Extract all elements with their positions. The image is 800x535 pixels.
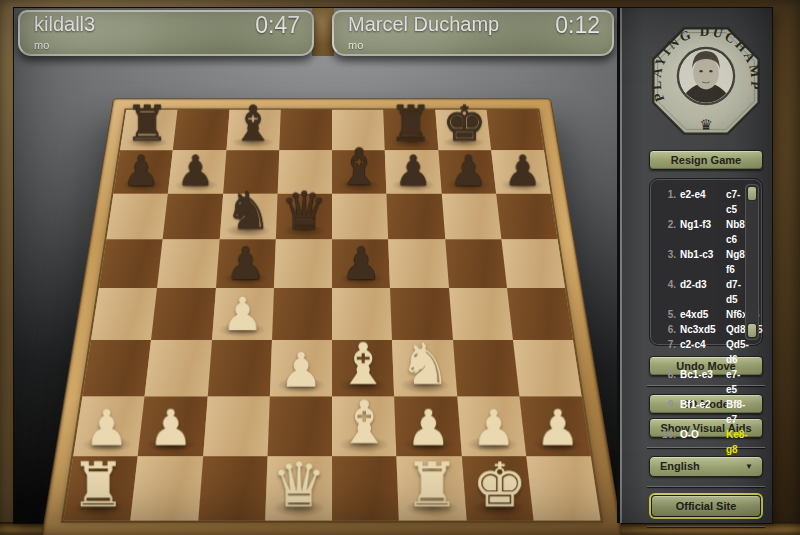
- square-e1[interactable]: [332, 456, 399, 521]
- move-text: Bf8-e7: [726, 397, 745, 427]
- language-dropdown[interactable]: English ▼: [649, 456, 763, 477]
- square-e6[interactable]: [332, 193, 388, 239]
- move-text: d2-d3: [680, 277, 726, 307]
- white-rook-icon: ♜: [399, 455, 466, 517]
- scroll-up-thumb[interactable]: [747, 186, 757, 201]
- square-c1[interactable]: [198, 456, 268, 521]
- black-pawn-icon: ♟: [495, 150, 549, 192]
- black-rook-icon: ♜: [385, 100, 438, 149]
- move-row: 3.Nb1-c3Ng8-f6: [656, 247, 744, 277]
- black-knight-icon: ♞: [220, 185, 276, 237]
- square-b3[interactable]: [145, 340, 212, 396]
- black-player-subtitle: mo: [348, 39, 363, 51]
- black-pawn-icon: ♟: [216, 241, 274, 286]
- square-d2[interactable]: [267, 396, 332, 456]
- playing-duchamp-logo: PLAYING DUCHAMP ♛: [647, 20, 765, 144]
- square-f6[interactable]: [387, 193, 445, 239]
- scroll-down-thumb[interactable]: [747, 323, 757, 338]
- white-pawn-icon: ♟: [139, 403, 203, 453]
- move-row: 2.Ng1-f3Nb8-c6: [656, 217, 744, 247]
- square-c5[interactable]: ♟: [216, 239, 276, 288]
- square-b1[interactable]: [131, 456, 203, 521]
- move-row: 6.Nc3xd5Qd8xd5: [656, 322, 744, 337]
- square-b6[interactable]: [163, 193, 223, 239]
- move-text: Nb1-c3: [680, 247, 726, 277]
- move-list-rows: 1.e2-e4c7-c52.Ng1-f3Nb8-c63.Nb1-c3Ng8-f6…: [656, 187, 744, 457]
- white-player-name: kildall3: [34, 13, 95, 36]
- move-text: c7-c5: [726, 187, 744, 217]
- square-a7[interactable]: ♟: [113, 150, 173, 193]
- move-row: 10.O-OKe8-g8: [656, 427, 744, 457]
- move-text: 8.: [656, 367, 676, 397]
- white-rook-icon: ♜: [65, 455, 132, 517]
- square-d1[interactable]: ♛: [265, 456, 332, 521]
- separator: [647, 486, 765, 487]
- language-selected-label: English: [660, 460, 700, 472]
- square-a2[interactable]: ♟: [73, 396, 145, 456]
- move-text: 1.: [656, 187, 676, 217]
- move-text: Bc1-e3: [680, 367, 726, 397]
- move-text: O-O: [680, 427, 726, 457]
- square-g1[interactable]: ♚: [461, 456, 533, 521]
- move-text: 3.: [656, 247, 676, 277]
- sidebar: PLAYING DUCHAMP ♛ Resign Game 1.e2-e4c7-…: [617, 8, 772, 523]
- square-g7[interactable]: ♟: [438, 150, 496, 193]
- resign-game-button[interactable]: Resign Game: [649, 150, 763, 170]
- move-list-scrollbar[interactable]: [745, 184, 759, 340]
- black-pawn-icon: ♟: [114, 150, 168, 192]
- white-king-icon: ♚: [466, 455, 533, 517]
- frame-gap-decor: [312, 8, 334, 56]
- move-row: 9.Bf1-e2Bf8-e7: [656, 397, 744, 427]
- official-site-button[interactable]: Official Site: [651, 495, 761, 517]
- square-e5[interactable]: ♟: [332, 239, 390, 288]
- move-text: e2-e4: [680, 187, 726, 217]
- move-row: 1.e2-e4c7-c5: [656, 187, 744, 217]
- white-pawn-icon: ♟: [396, 403, 460, 453]
- move-row: 5.e4xd5Nf6xd5: [656, 307, 744, 322]
- black-player-name: Marcel Duchamp: [348, 13, 499, 36]
- square-g3[interactable]: [452, 340, 519, 396]
- square-b5[interactable]: [157, 239, 219, 288]
- square-c2[interactable]: [203, 396, 270, 456]
- square-h8[interactable]: [486, 110, 544, 151]
- square-g4[interactable]: [449, 288, 513, 340]
- board-area: ♜♝♜♚♟♟♝♟♟♟♞♛♟♟♟♟♝♞♟♟♝♟♟♟♜♛♜♚: [14, 8, 617, 523]
- square-g8[interactable]: ♚: [435, 110, 491, 151]
- move-text: 7.: [656, 337, 676, 367]
- move-text: Nc3xd5: [680, 322, 726, 337]
- move-text: 5.: [656, 307, 676, 322]
- chevron-down-icon: ▼: [745, 457, 753, 476]
- move-text: e4xd5: [680, 307, 726, 322]
- square-a8[interactable]: ♜: [120, 110, 178, 151]
- black-player-clock: 0:12: [555, 12, 600, 39]
- square-f8[interactable]: ♜: [383, 110, 438, 151]
- black-pawn-icon: ♟: [332, 241, 390, 286]
- white-bishop-icon: ♝: [332, 336, 394, 394]
- square-e2[interactable]: ♝: [332, 396, 397, 456]
- square-f1[interactable]: ♜: [397, 456, 467, 521]
- square-g6[interactable]: [441, 193, 501, 239]
- square-c6[interactable]: ♞: [219, 193, 277, 239]
- square-d4[interactable]: [272, 288, 332, 340]
- square-a1[interactable]: ♜: [63, 456, 138, 521]
- white-pawn-icon: ♟: [212, 291, 272, 337]
- square-d5[interactable]: [274, 239, 332, 288]
- move-row: 7.c2-c4Qd5-d6: [656, 337, 744, 367]
- black-pawn-icon: ♟: [441, 150, 495, 192]
- white-pawn-icon: ♟: [525, 403, 589, 453]
- white-player-clock: 0:47: [255, 12, 300, 39]
- square-b4[interactable]: [151, 288, 215, 340]
- white-pawn-icon: ♟: [74, 403, 138, 453]
- white-queen-icon: ♛: [265, 455, 332, 517]
- black-king-icon: ♚: [438, 100, 491, 149]
- move-list: 1.e2-e4c7-c52.Ng1-f3Nb8-c63.Nb1-c3Ng8-f6…: [649, 178, 763, 346]
- queen-icon: ♛: [699, 116, 712, 133]
- black-bishop-icon: ♝: [226, 100, 279, 149]
- move-row: 8.Bc1-e3e7-e5: [656, 367, 744, 397]
- black-bishop-icon: ♝: [332, 141, 386, 191]
- square-h6[interactable]: [496, 193, 558, 239]
- game-window: ♜♝♜♚♟♟♝♟♟♟♞♛♟♟♟♟♝♞♟♟♝♟♟♟♜♛♜♚ kildall3 0:…: [14, 8, 772, 523]
- square-g2[interactable]: ♟: [457, 396, 526, 456]
- move-text: 2.: [656, 217, 676, 247]
- square-d6[interactable]: ♛: [276, 193, 332, 239]
- white-knight-icon: ♞: [394, 336, 456, 394]
- move-text: 4.: [656, 277, 676, 307]
- square-a4[interactable]: [91, 288, 157, 340]
- square-e7[interactable]: ♝: [332, 150, 387, 193]
- square-d3[interactable]: ♟: [270, 340, 332, 396]
- square-a3[interactable]: [82, 340, 151, 396]
- move-text: 9.: [656, 397, 676, 427]
- separator: [647, 526, 765, 527]
- white-pawn-icon: ♟: [270, 345, 332, 393]
- square-a5[interactable]: [99, 239, 163, 288]
- square-f5[interactable]: [388, 239, 448, 288]
- move-text: e7-e5: [726, 367, 744, 397]
- square-a6[interactable]: [106, 193, 168, 239]
- square-c8[interactable]: ♝: [226, 110, 281, 151]
- black-pawn-icon: ♟: [386, 150, 440, 192]
- white-player-subtitle: mo: [34, 39, 49, 51]
- move-text: Ng1-f3: [680, 217, 726, 247]
- square-h5[interactable]: [501, 239, 565, 288]
- white-bishop-icon: ♝: [332, 393, 396, 453]
- square-h2[interactable]: ♟: [519, 396, 591, 456]
- square-h1[interactable]: [526, 456, 601, 521]
- square-f2[interactable]: ♟: [394, 396, 461, 456]
- square-h7[interactable]: ♟: [491, 150, 551, 193]
- chess-board: ♜♝♜♚♟♟♝♟♟♟♞♛♟♟♟♟♝♞♟♟♝♟♟♟♜♛♜♚: [41, 98, 624, 535]
- square-g5[interactable]: [445, 239, 507, 288]
- black-pawn-icon: ♟: [169, 150, 223, 192]
- white-player-bar: kildall3 0:47 mo: [18, 10, 314, 56]
- white-pawn-icon: ♟: [461, 403, 525, 453]
- move-text: 10.: [656, 427, 676, 457]
- move-text: d7-d5: [726, 277, 744, 307]
- board-grid: ♜♝♜♚♟♟♝♟♟♟♞♛♟♟♟♟♝♞♟♟♝♟♟♟♜♛♜♚: [63, 110, 600, 521]
- move-row: 4.d2-d3d7-d5: [656, 277, 744, 307]
- square-b7[interactable]: ♟: [168, 150, 226, 193]
- black-queen-icon: ♛: [276, 185, 332, 237]
- move-text: Bf1-e2: [680, 397, 726, 427]
- square-b2[interactable]: ♟: [138, 396, 207, 456]
- move-text: Ke8-g8: [726, 427, 748, 457]
- square-f3[interactable]: ♞: [392, 340, 457, 396]
- square-b8[interactable]: [173, 110, 229, 151]
- square-h4[interactable]: [507, 288, 573, 340]
- move-text: c2-c4: [680, 337, 726, 367]
- move-text: Qd5-d6: [726, 337, 749, 367]
- square-c4[interactable]: ♟: [212, 288, 274, 340]
- square-c3[interactable]: [207, 340, 272, 396]
- black-player-bar: Marcel Duchamp 0:12 mo: [332, 10, 614, 56]
- move-text: 6.: [656, 322, 676, 337]
- square-h3[interactable]: [513, 340, 582, 396]
- black-rook-icon: ♜: [121, 100, 174, 149]
- square-f7[interactable]: ♟: [385, 150, 441, 193]
- square-d8[interactable]: [279, 110, 332, 151]
